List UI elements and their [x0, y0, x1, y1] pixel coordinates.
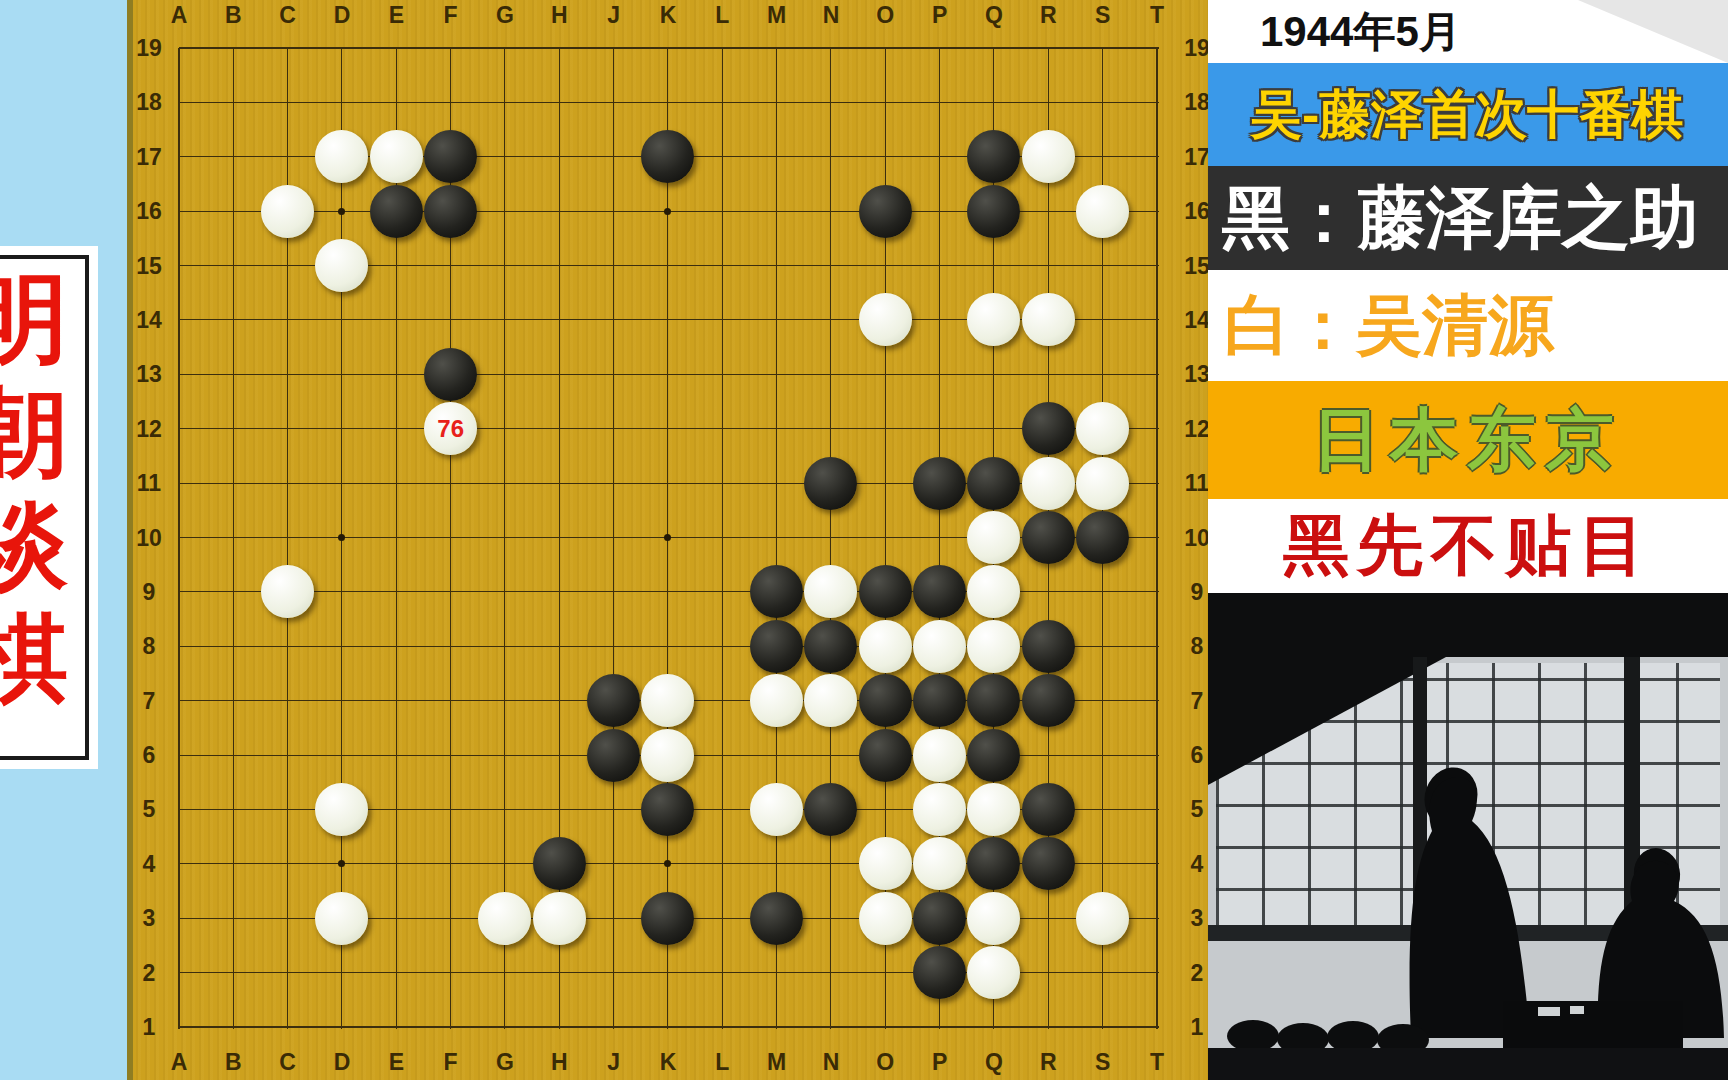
stone-white-D3 [315, 892, 368, 945]
photo-foreground-cushion [1227, 1020, 1279, 1052]
stone-black-Q11 [967, 457, 1020, 510]
rule-bar: 黑先不贴目 [1208, 499, 1728, 593]
column-label: R [1028, 2, 1068, 29]
venue-bar: 日本东京 [1208, 381, 1728, 499]
grid-line [179, 102, 1159, 103]
column-label: M [757, 2, 797, 29]
stone-black-P11 [913, 457, 966, 510]
photo-floor [1208, 1048, 1728, 1080]
column-label: A [159, 2, 199, 29]
stone-white-R14 [1022, 293, 1075, 346]
stone-black-Q17 [967, 130, 1020, 183]
stone-black-K3 [641, 892, 694, 945]
stone-white-P4 [913, 837, 966, 890]
photo-silhouettes [1208, 593, 1728, 1080]
stone-white-Q10 [967, 511, 1020, 564]
row-label: 16 [129, 198, 169, 225]
star-point [664, 208, 671, 215]
row-label: 15 [129, 253, 169, 280]
stone-black-O6 [859, 729, 912, 782]
row-label: 17 [129, 144, 169, 171]
stone-white-C16 [261, 185, 314, 238]
column-label: S [1083, 1049, 1123, 1076]
stone-black-S10 [1076, 511, 1129, 564]
row-label: 4 [129, 851, 169, 878]
stone-white-O8 [859, 620, 912, 673]
stone-white-Q9 [967, 565, 1020, 618]
row-label: 2 [129, 960, 169, 987]
star-point [664, 860, 671, 867]
grid-line [776, 48, 777, 1029]
date-bar: 1944年5月 [1208, 0, 1728, 63]
column-label: F [431, 1049, 471, 1076]
stone-black-F17 [424, 130, 477, 183]
grid-line [504, 48, 505, 1029]
grid-line [179, 47, 1159, 49]
column-label: T [1137, 1049, 1177, 1076]
stone-black-N8 [804, 620, 857, 673]
column-label: L [702, 1049, 742, 1076]
column-label: P [920, 1049, 960, 1076]
column-label: D [322, 2, 362, 29]
stone-black-M9 [750, 565, 803, 618]
move-number-label: 76 [437, 415, 464, 443]
row-label: 14 [129, 307, 169, 334]
row-label: 18 [129, 89, 169, 116]
row-label: 10 [129, 525, 169, 552]
stone-black-H4 [533, 837, 586, 890]
stone-white-Q8 [967, 620, 1020, 673]
date-text: 1944年5月 [1260, 4, 1461, 60]
banner-vertical-text: 明朝谈棋 [0, 262, 98, 714]
stone-black-F13 [424, 348, 477, 401]
stone-white-Q14 [967, 293, 1020, 346]
stone-black-Q4 [967, 837, 1020, 890]
stone-white-N7 [804, 674, 857, 727]
stone-white-O4 [859, 837, 912, 890]
stone-white-Q5 [967, 783, 1020, 836]
stone-black-P2 [913, 946, 966, 999]
photo-standing-player-silhouette [1410, 777, 1530, 1038]
black-player-text: 黑：藤泽库之助 [1222, 173, 1698, 264]
banner-char: 棋 [0, 601, 98, 714]
stone-white-S3 [1076, 892, 1129, 945]
stone-white-D15 [315, 239, 368, 292]
banner-char: 朝 [0, 375, 98, 488]
stone-black-O9 [859, 565, 912, 618]
stone-white-K7 [641, 674, 694, 727]
stone-black-P9 [913, 565, 966, 618]
stone-white-D5 [315, 783, 368, 836]
row-label: 7 [129, 688, 169, 715]
column-label: G [485, 2, 525, 29]
stone-white-N9 [804, 565, 857, 618]
row-label: 8 [129, 633, 169, 660]
column-label: K [648, 1049, 688, 1076]
banner-char: 明 [0, 262, 98, 375]
column-label: Q [974, 1049, 1014, 1076]
stone-white-K6 [641, 729, 694, 782]
column-label: S [1083, 2, 1123, 29]
stone-white-D17 [315, 130, 368, 183]
column-label: O [865, 1049, 905, 1076]
photo-table-items [1538, 1007, 1560, 1016]
stone-white-M5 [750, 783, 803, 836]
stone-black-P3 [913, 892, 966, 945]
grid-line [179, 1026, 1159, 1028]
stone-black-R8 [1022, 620, 1075, 673]
column-label: B [213, 1049, 253, 1076]
stone-black-Q6 [967, 729, 1020, 782]
stone-white-R11 [1022, 457, 1075, 510]
stone-black-F16 [424, 185, 477, 238]
star-point [664, 534, 671, 541]
stone-white-P5 [913, 783, 966, 836]
column-label: K [648, 2, 688, 29]
star-point [338, 860, 345, 867]
stone-black-J7 [587, 674, 640, 727]
stone-black-R7 [1022, 674, 1075, 727]
column-label: F [431, 2, 471, 29]
column-label: C [268, 1049, 308, 1076]
row-label: 12 [129, 416, 169, 443]
row-label: 3 [129, 905, 169, 932]
column-label: G [485, 1049, 525, 1076]
stone-black-K17 [641, 130, 694, 183]
stone-black-P7 [913, 674, 966, 727]
info-panel: 1944年5月 吴-藤泽首次十番棋 黑：藤泽库之助 白：吴清源 日本东京 黑先不… [1208, 0, 1728, 1080]
stone-white-M7 [750, 674, 803, 727]
stone-white-S11 [1076, 457, 1129, 510]
stone-black-M3 [750, 892, 803, 945]
stone-black-K5 [641, 783, 694, 836]
stone-black-N5 [804, 783, 857, 836]
column-label: L [702, 2, 742, 29]
corner-decoration [1578, 0, 1728, 63]
stone-black-Q16 [967, 185, 1020, 238]
grid-line [233, 48, 234, 1029]
stone-white-C9 [261, 565, 314, 618]
go-board: AABBCCDDEEFFGGHHJJKKLLMMNNOOPPQQRRSSTT19… [127, 0, 1208, 1080]
column-label: H [539, 2, 579, 29]
column-label: Q [974, 2, 1014, 29]
star-point [338, 208, 345, 215]
stone-white-R17 [1022, 130, 1075, 183]
historic-photo [1208, 593, 1728, 1080]
column-label: D [322, 1049, 362, 1076]
column-label: C [268, 2, 308, 29]
row-label: 6 [129, 742, 169, 769]
column-label: J [594, 2, 634, 29]
row-label: 9 [129, 579, 169, 606]
grid-line [179, 374, 1159, 375]
left-banner-strip: 明朝谈棋 [0, 0, 127, 1080]
row-label: 5 [129, 796, 169, 823]
white-player-text: 白：吴清源 [1224, 281, 1554, 371]
column-label: J [594, 1049, 634, 1076]
row-label: 19 [129, 35, 169, 62]
column-label: E [376, 2, 416, 29]
series-title-bar: 吴-藤泽首次十番棋 [1208, 63, 1728, 166]
stone-white-S16 [1076, 185, 1129, 238]
row-label: 1 [129, 1014, 169, 1041]
column-label: H [539, 1049, 579, 1076]
row-label: 13 [129, 361, 169, 388]
column-label: B [213, 2, 253, 29]
column-label: N [811, 2, 851, 29]
column-label: P [920, 2, 960, 29]
column-label: A [159, 1049, 199, 1076]
stone-white-P6 [913, 729, 966, 782]
rule-text: 黑先不贴目 [1283, 501, 1653, 591]
column-label: T [1137, 2, 1177, 29]
grid-line [722, 48, 723, 1029]
stone-black-J6 [587, 729, 640, 782]
black-player-bar: 黑：藤泽库之助 [1208, 166, 1728, 270]
row-label: 11 [129, 470, 169, 497]
stone-black-R4 [1022, 837, 1075, 890]
banner-char: 谈 [0, 488, 98, 601]
photo-table-items [1570, 1006, 1584, 1014]
white-player-bar: 白：吴清源 [1208, 270, 1728, 381]
screenshot-root: 明朝谈棋 AABBCCDDEEFFGGHHJJKKLLMMNNOOPPQQRRS… [0, 0, 1728, 1080]
grid-line [179, 428, 1159, 429]
series-title-text: 吴-藤泽首次十番棋 [1250, 80, 1683, 150]
grid-line [830, 48, 831, 1029]
stone-black-R12 [1022, 402, 1075, 455]
stone-white-P8 [913, 620, 966, 673]
grid-line [1156, 48, 1158, 1029]
stone-black-M8 [750, 620, 803, 673]
stone-white-O14 [859, 293, 912, 346]
stone-white-Q2 [967, 946, 1020, 999]
stone-black-O16 [859, 185, 912, 238]
column-label: O [865, 2, 905, 29]
stone-black-E16 [370, 185, 423, 238]
column-label: N [811, 1049, 851, 1076]
stone-black-Q7 [967, 674, 1020, 727]
column-label: E [376, 1049, 416, 1076]
stone-black-R5 [1022, 783, 1075, 836]
stone-white-S12 [1076, 402, 1129, 455]
stone-white-O3 [859, 892, 912, 945]
stone-black-R10 [1022, 511, 1075, 564]
stone-white-G3 [478, 892, 531, 945]
column-label: M [757, 1049, 797, 1076]
stone-white-E17 [370, 130, 423, 183]
grid-line [178, 48, 180, 1029]
star-point [338, 534, 345, 541]
grid-line [613, 48, 614, 1029]
stone-white-F12: 76 [424, 402, 477, 455]
column-label: R [1028, 1049, 1068, 1076]
stone-white-Q3 [967, 892, 1020, 945]
stone-black-O7 [859, 674, 912, 727]
stone-white-H3 [533, 892, 586, 945]
venue-text: 日本东京 [1312, 395, 1624, 486]
stone-black-N11 [804, 457, 857, 510]
